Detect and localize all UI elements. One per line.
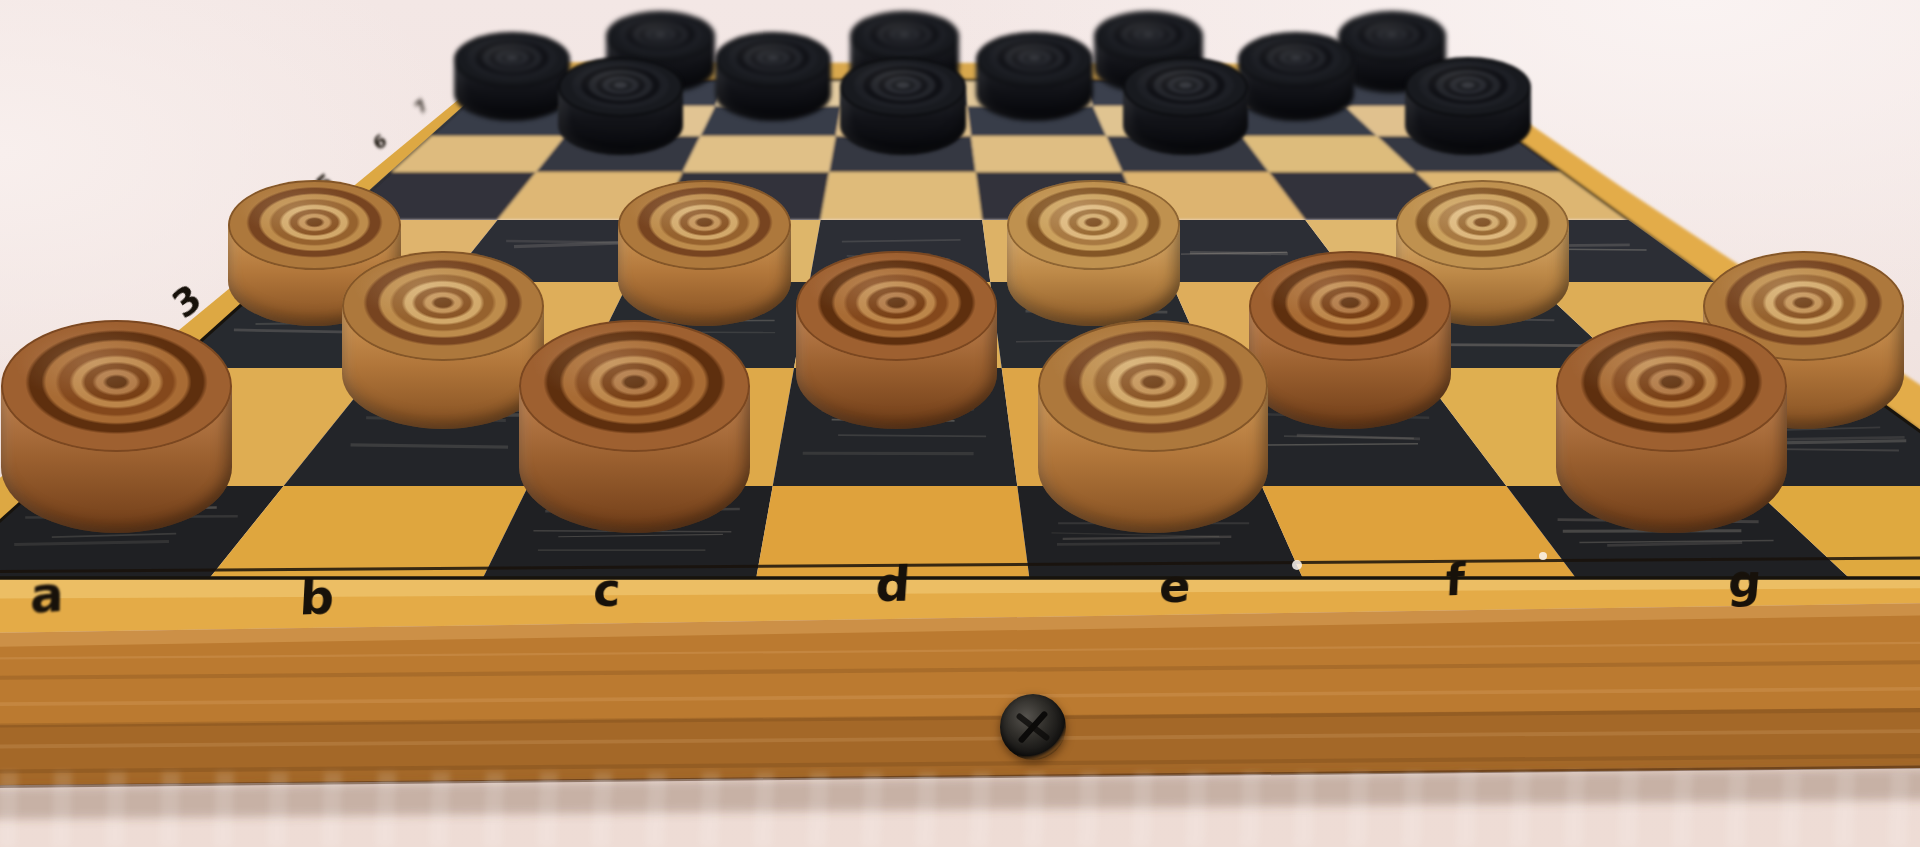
piece-black-e7[interactable] xyxy=(976,32,1092,121)
piece-white-e3[interactable] xyxy=(1007,180,1180,326)
piece-black-b6[interactable] xyxy=(558,57,684,155)
piece-black-f6[interactable] xyxy=(1123,57,1249,155)
piece-black-c7[interactable] xyxy=(715,32,831,121)
piece-white-e1[interactable] xyxy=(1038,320,1269,533)
pieces-layer xyxy=(0,0,1920,847)
table-wood-grain xyxy=(0,772,1920,847)
piece-black-d6[interactable] xyxy=(840,57,966,155)
checkers-photo-scene: abcdefg23567 xyxy=(0,0,1920,847)
piece-white-f2[interactable] xyxy=(1249,251,1451,429)
piece-black-h6[interactable] xyxy=(1405,57,1531,155)
piece-black-a7[interactable] xyxy=(454,32,570,121)
piece-white-c1[interactable] xyxy=(519,320,750,533)
paint-speck xyxy=(1292,560,1302,570)
piece-black-g7[interactable] xyxy=(1238,32,1354,121)
piece-white-g1[interactable] xyxy=(1556,320,1787,533)
piece-white-c3[interactable] xyxy=(618,180,791,326)
piece-white-d2[interactable] xyxy=(796,251,998,429)
hinge-screw xyxy=(1000,694,1066,760)
piece-white-a1[interactable] xyxy=(1,320,232,533)
paint-speck xyxy=(1539,552,1547,560)
piece-white-b2[interactable] xyxy=(342,251,544,429)
